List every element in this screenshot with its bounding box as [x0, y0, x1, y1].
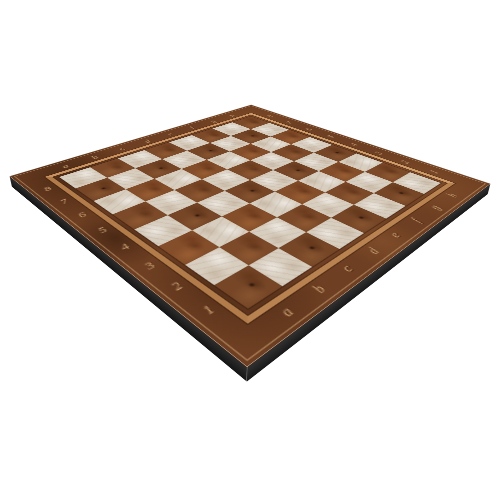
file-label-near-h-text: h	[443, 192, 461, 199]
square-d3[interactable]	[250, 192, 302, 218]
square-c3[interactable]	[222, 203, 277, 231]
square-e2[interactable]	[302, 192, 354, 218]
square-c4[interactable]	[198, 191, 250, 216]
square-f1[interactable]	[354, 193, 406, 219]
square-a3[interactable]	[158, 230, 219, 264]
square-d1[interactable]	[307, 218, 364, 249]
square-a6[interactable]	[93, 189, 145, 214]
square-c2[interactable]	[249, 217, 306, 248]
square-e1[interactable]	[331, 205, 386, 233]
rank-label-near-1-text: 1	[198, 302, 220, 317]
square-d4[interactable]	[225, 180, 275, 203]
rank-label-near-2-text: 2	[168, 280, 188, 294]
square-g1[interactable]	[374, 182, 424, 205]
square-b6[interactable]	[125, 179, 175, 202]
square-a5[interactable]	[113, 202, 168, 230]
rank-label-near-4-text: 4	[117, 242, 134, 253]
rank-label-near-6-text: 6	[75, 211, 90, 220]
rank-label-near-3-text: 3	[141, 260, 159, 272]
square-a2[interactable]	[185, 247, 249, 285]
rank-label-near-7-text: 7	[58, 197, 72, 205]
square-b1[interactable]	[249, 248, 313, 286]
square-b3[interactable]	[192, 216, 249, 247]
square-b4[interactable]	[167, 202, 222, 230]
file-label-near-f-text: f	[407, 216, 425, 224]
file-label-near-c-text: c	[337, 263, 358, 275]
file-label-near-b-text: b	[308, 282, 330, 296]
square-a4[interactable]	[134, 215, 191, 246]
chess-board: 87654321 87654321 hgfedcba hgfedcba	[10, 105, 491, 367]
rank-label-near-5-text: 5	[95, 225, 111, 235]
square-f2[interactable]	[325, 181, 375, 204]
square-c1[interactable]	[279, 232, 340, 266]
square-e3[interactable]	[275, 181, 325, 204]
file-label-near-g-text: g	[426, 203, 445, 211]
square-a7[interactable]	[75, 178, 125, 201]
square-b5[interactable]	[145, 190, 197, 215]
square-c5[interactable]	[175, 179, 225, 202]
square-a1[interactable]	[214, 266, 282, 309]
rank-label-near-8-text: 8	[41, 185, 54, 192]
file-label-near-d-text: d	[363, 245, 384, 256]
file-label-near-a-text: a	[276, 304, 299, 319]
file-label-near-e-text: e	[386, 230, 405, 240]
chessboard-scene: 87654321 87654321 hgfedcba hgfedcba	[0, 0, 500, 500]
square-d2[interactable]	[277, 204, 332, 232]
square-b2[interactable]	[219, 231, 280, 265]
